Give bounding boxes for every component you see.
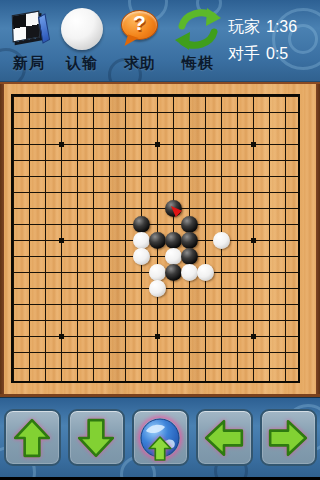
- resign-button[interactable]: 认输: [58, 6, 106, 73]
- white-stone: [181, 264, 198, 281]
- new-game-board-cube-icon: [9, 6, 49, 52]
- undo-button[interactable]: 悔棋: [172, 6, 224, 73]
- arrow-left-icon: [203, 417, 245, 459]
- clocks: 玩家1:36 对手0:5: [228, 13, 297, 67]
- white-stone: [133, 248, 150, 265]
- star-point: [155, 142, 160, 147]
- help-question-balloon-icon: ?: [120, 6, 160, 52]
- opponent-time: 0:5: [266, 45, 288, 62]
- star-point: [251, 334, 256, 339]
- black-stone: [133, 216, 150, 233]
- opponent-clock: 对手0:5: [228, 40, 297, 67]
- nav-left-button[interactable]: [196, 409, 253, 466]
- help-button[interactable]: ? 求助: [117, 6, 163, 73]
- star-point: [59, 142, 64, 147]
- black-stone: [181, 248, 198, 265]
- nav-down-button[interactable]: [68, 409, 125, 466]
- board-left-edge: [0, 84, 4, 397]
- top-toolbar: 新局 认输 ? 求助 悔棋 玩家1:36 对手0:5: [0, 0, 320, 82]
- star-point: [155, 334, 160, 339]
- new-game-label: 新局: [13, 54, 45, 73]
- new-game-button[interactable]: 新局: [5, 6, 53, 73]
- white-stone: [213, 232, 230, 249]
- star-point: [59, 334, 64, 339]
- help-label: 求助: [124, 54, 156, 73]
- board-area: [0, 82, 320, 397]
- undo-label: 悔棋: [182, 54, 214, 73]
- black-stone: [165, 264, 182, 281]
- black-stone-last-move: [165, 200, 182, 217]
- online-submit-button[interactable]: [132, 409, 189, 466]
- black-stone: [181, 216, 198, 233]
- white-stone: [197, 264, 214, 281]
- white-stone: [165, 248, 182, 265]
- black-stone: [181, 232, 198, 249]
- white-stone: [133, 232, 150, 249]
- nav-buttons-row: [0, 409, 320, 466]
- gomoku-grid-19x19[interactable]: [11, 94, 300, 383]
- star-point: [251, 238, 256, 243]
- white-stone: [149, 280, 166, 297]
- player-clock: 玩家1:36: [228, 13, 297, 40]
- gomoku-app: { "app": { "title": "Gomoku (Five in a R…: [0, 0, 320, 480]
- arrow-down-icon: [75, 417, 117, 459]
- star-point: [59, 238, 64, 243]
- star-point: [251, 142, 256, 147]
- globe-upload-icon: [138, 416, 182, 460]
- undo-arrows-icon: [174, 6, 222, 52]
- resign-label: 认输: [66, 54, 98, 73]
- white-stone-icon: [61, 6, 103, 52]
- black-stone: [165, 232, 182, 249]
- last-move-marker: [170, 205, 182, 217]
- nav-right-button[interactable]: [260, 409, 317, 466]
- arrow-right-icon: [267, 417, 309, 459]
- nav-up-button[interactable]: [4, 409, 61, 466]
- arrow-up-icon: [11, 417, 53, 459]
- white-stone: [149, 264, 166, 281]
- board-right-edge: [316, 84, 320, 397]
- player-time: 1:36: [266, 18, 297, 35]
- black-stone: [149, 232, 166, 249]
